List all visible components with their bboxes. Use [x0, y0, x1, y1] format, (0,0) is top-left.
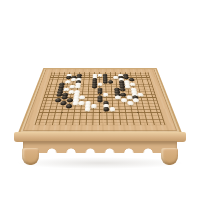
- table-shadow: [16, 157, 184, 169]
- table-leg-right: [161, 148, 178, 165]
- go-board-photo: [0, 0, 200, 200]
- table-apron: [23, 141, 177, 153]
- board-grid: [35, 72, 166, 125]
- star-point: [61, 112, 63, 113]
- star-point: [137, 112, 139, 113]
- board-cell: [157, 121, 165, 125]
- board-top: [18, 68, 182, 133]
- table-leg-left: [22, 148, 39, 165]
- star-point: [99, 112, 101, 113]
